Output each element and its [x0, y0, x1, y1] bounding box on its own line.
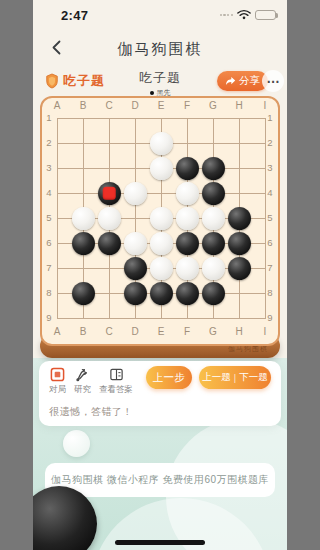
coord-number: 8: [265, 287, 275, 298]
stone-black-B8[interactable]: [72, 282, 95, 305]
coord-letter: A: [49, 326, 65, 337]
stone-black-B6[interactable]: [72, 232, 95, 255]
stone-black-C6[interactable]: [98, 232, 121, 255]
stone-black-G4[interactable]: [202, 182, 225, 205]
coord-number: 8: [44, 287, 54, 298]
coord-letter: G: [205, 326, 221, 337]
cellular-signal-icon: [220, 14, 233, 16]
coord-number: 3: [265, 162, 275, 173]
stone-black-G3[interactable]: [202, 157, 225, 180]
stone-white-E7[interactable]: [150, 257, 173, 280]
tool-duiju-button[interactable]: 对局: [49, 367, 66, 396]
coord-letter: E: [153, 100, 169, 111]
controls-card: 对局 研究 查看答案 上一步 上一题 | 下一题 很遗憾，答错了！: [39, 361, 281, 426]
share-label: 分享: [239, 74, 260, 88]
stone-white-G5[interactable]: [202, 207, 225, 230]
tool-label: 研究: [74, 384, 91, 396]
status-time: 2:47: [61, 8, 88, 23]
promo-banner-text: 伽马狗围棋 微信小程序 免费使用60万围棋题库: [51, 473, 269, 487]
share-button[interactable]: 分享: [217, 71, 268, 91]
stone-white-D6[interactable]: [124, 232, 147, 255]
stone-white-C5[interactable]: [98, 207, 121, 230]
app-screen: 2:47 伽马狗围棋 吃子题 吃子题 黑先 分享 ⋯ 伽马狗围棋 AABBCCD…: [33, 0, 287, 550]
stone-white-D4[interactable]: [124, 182, 147, 205]
coord-number: 5: [265, 212, 275, 223]
coord-letter: E: [153, 326, 169, 337]
stone-black-H6[interactable]: [228, 232, 251, 255]
stone-white-G7[interactable]: [202, 257, 225, 280]
coord-letter: F: [179, 326, 195, 337]
stone-black-F3[interactable]: [176, 157, 199, 180]
result-message: 很遗憾，答错了！: [49, 405, 133, 419]
stone-black-F8[interactable]: [176, 282, 199, 305]
coord-number: 6: [265, 237, 275, 248]
stone-black-D8[interactable]: [124, 282, 147, 305]
coord-letter: C: [101, 326, 117, 337]
wrong-move-marker: [103, 187, 116, 200]
stone-black-G6[interactable]: [202, 232, 225, 255]
coord-letter: B: [75, 100, 91, 111]
coord-letter: I: [257, 326, 273, 337]
coord-number: 2: [265, 137, 275, 148]
more-options-button[interactable]: ⋯: [262, 70, 284, 92]
tool-buttons: 对局 研究 查看答案: [49, 367, 133, 396]
coord-letter: F: [179, 100, 195, 111]
stone-white-F7[interactable]: [176, 257, 199, 280]
branch-icon: [75, 367, 90, 382]
stone-white-E2[interactable]: [150, 132, 173, 155]
coord-number: 2: [44, 137, 54, 148]
next-problem-button[interactable]: 下一题: [239, 371, 268, 384]
coord-letter: D: [127, 100, 143, 111]
stone-white-E3[interactable]: [150, 157, 173, 180]
coord-number: 7: [44, 262, 54, 273]
tool-view-answer-button[interactable]: 查看答案: [99, 367, 133, 396]
black-stone-dot-icon: [150, 91, 155, 96]
coord-letter: G: [205, 100, 221, 111]
go-board[interactable]: AABBCCDDEEFFGGHHII112233445566778899: [40, 96, 280, 346]
coord-letter: I: [257, 100, 273, 111]
stone-white-F5[interactable]: [176, 207, 199, 230]
problem-nav-pill: 上一题 | 下一题: [199, 366, 271, 389]
stone-black-E8[interactable]: [150, 282, 173, 305]
coord-number: 9: [265, 312, 275, 323]
coord-number: 6: [44, 237, 54, 248]
coord-number: 5: [44, 212, 54, 223]
stone-black-H7[interactable]: [228, 257, 251, 280]
pill-divider: |: [234, 373, 236, 383]
stone-black-G8[interactable]: [202, 282, 225, 305]
battery-icon: [255, 10, 276, 21]
stone-white-B5[interactable]: [72, 207, 95, 230]
coord-number: 7: [265, 262, 275, 273]
stone-black-D7[interactable]: [124, 257, 147, 280]
page-title: 伽马狗围棋: [33, 40, 287, 59]
stone-black-C4[interactable]: [98, 182, 121, 205]
grid-line: [57, 318, 266, 319]
previous-problem-button[interactable]: 上一题: [202, 371, 231, 384]
coord-letter: H: [231, 326, 247, 337]
status-icons: [220, 9, 276, 21]
coord-number: 4: [44, 187, 54, 198]
stone-white-F4[interactable]: [176, 182, 199, 205]
wifi-icon: [237, 6, 251, 24]
tool-yanjiu-button[interactable]: 研究: [74, 367, 91, 396]
tool-label: 查看答案: [99, 384, 133, 396]
stone-white-E5[interactable]: [150, 207, 173, 230]
home-indicator[interactable]: [115, 540, 205, 545]
go-board-grid[interactable]: [57, 118, 265, 318]
coord-number: 9: [44, 312, 54, 323]
stone-white-E6[interactable]: [150, 232, 173, 255]
stone-black-F6[interactable]: [176, 232, 199, 255]
coord-letter: H: [231, 100, 247, 111]
tool-label: 对局: [49, 384, 66, 396]
previous-step-button[interactable]: 上一步: [146, 366, 192, 389]
stone-black-H5[interactable]: [228, 207, 251, 230]
decor-white-stone: [63, 430, 90, 457]
coord-letter: B: [75, 326, 91, 337]
coord-number: 4: [265, 187, 275, 198]
share-arrow-icon: [225, 76, 236, 86]
coord-letter: D: [127, 326, 143, 337]
coord-letter: A: [49, 100, 65, 111]
coord-number: 1: [265, 112, 275, 123]
coord-number: 1: [44, 112, 54, 123]
seal-board-icon: [50, 367, 65, 382]
coord-letter: C: [101, 100, 117, 111]
answer-sheet-icon: [109, 367, 124, 382]
coord-number: 3: [44, 162, 54, 173]
